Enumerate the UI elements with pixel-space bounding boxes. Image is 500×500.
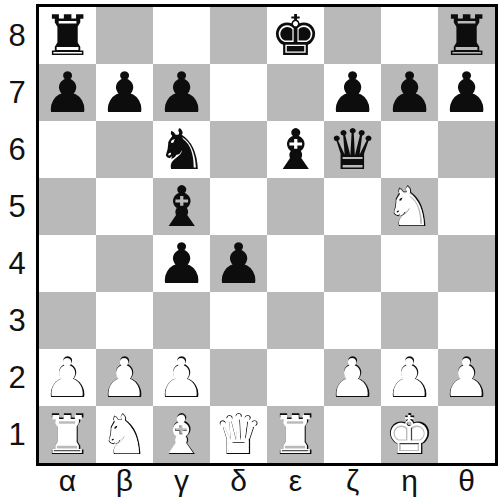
square-a4 <box>39 235 96 292</box>
square-d5 <box>210 178 267 235</box>
square-a2: ♟♙ <box>39 349 96 406</box>
white-pawn: ♟♙ <box>324 349 381 406</box>
square-c6: ♞ <box>153 121 210 178</box>
chess-diagram: 87654321 ♜♚♜♟♟♟♟♟♟♞♝♛♝♞♘♟♟♟♙♟♙♟♙♟♙♟♙♟♙♜♖… <box>0 0 500 500</box>
file-label-d: δ <box>210 464 267 498</box>
black-pawn: ♟ <box>381 64 438 121</box>
white-pawn: ♟♙ <box>381 349 438 406</box>
file-label-g: η <box>381 464 438 498</box>
file-labels: αβγδεζηθ <box>39 464 495 498</box>
square-c8 <box>153 7 210 64</box>
square-b1: ♞♘ <box>96 406 153 463</box>
square-d8 <box>210 7 267 64</box>
black-pawn: ♟ <box>153 64 210 121</box>
black-pawn: ♟ <box>324 64 381 121</box>
rank-label-6: 6 <box>0 121 34 178</box>
square-f8 <box>324 7 381 64</box>
square-c3 <box>153 292 210 349</box>
square-e6: ♝ <box>267 121 324 178</box>
square-h8: ♜ <box>438 7 495 64</box>
square-h5 <box>438 178 495 235</box>
square-b8 <box>96 7 153 64</box>
black-bishop: ♝ <box>153 178 210 235</box>
square-c7: ♟ <box>153 64 210 121</box>
square-d3 <box>210 292 267 349</box>
black-knight: ♞ <box>153 121 210 178</box>
rank-labels: 87654321 <box>0 7 34 463</box>
square-a6 <box>39 121 96 178</box>
square-f3 <box>324 292 381 349</box>
file-label-c: γ <box>153 464 210 498</box>
square-g4 <box>381 235 438 292</box>
black-pawn: ♟ <box>96 64 153 121</box>
square-c1: ♝♗ <box>153 406 210 463</box>
rank-label-1: 1 <box>0 406 34 463</box>
square-b3 <box>96 292 153 349</box>
white-rook: ♜♖ <box>267 406 324 463</box>
square-f4 <box>324 235 381 292</box>
square-e5 <box>267 178 324 235</box>
rank-label-2: 2 <box>0 349 34 406</box>
square-h4 <box>438 235 495 292</box>
black-pawn: ♟ <box>153 235 210 292</box>
white-pawn: ♟♙ <box>39 349 96 406</box>
white-knight: ♞♘ <box>381 178 438 235</box>
square-e3 <box>267 292 324 349</box>
file-label-e: ε <box>267 464 324 498</box>
file-label-a: α <box>39 464 96 498</box>
white-pawn: ♟♙ <box>438 349 495 406</box>
white-rook: ♜♖ <box>39 406 96 463</box>
black-rook: ♜ <box>438 7 495 64</box>
square-g2: ♟♙ <box>381 349 438 406</box>
square-c2: ♟♙ <box>153 349 210 406</box>
square-g6 <box>381 121 438 178</box>
square-c4: ♟ <box>153 235 210 292</box>
rank-label-3: 3 <box>0 292 34 349</box>
square-b4 <box>96 235 153 292</box>
square-a8: ♜ <box>39 7 96 64</box>
square-a1: ♜♖ <box>39 406 96 463</box>
square-e7 <box>267 64 324 121</box>
white-queen: ♛♕ <box>210 406 267 463</box>
square-d2 <box>210 349 267 406</box>
black-queen: ♛ <box>324 121 381 178</box>
square-f6: ♛ <box>324 121 381 178</box>
black-bishop: ♝ <box>267 121 324 178</box>
square-h7: ♟ <box>438 64 495 121</box>
square-a3 <box>39 292 96 349</box>
rank-label-5: 5 <box>0 178 34 235</box>
square-b7: ♟ <box>96 64 153 121</box>
square-b6 <box>96 121 153 178</box>
square-g1: ♚♔ <box>381 406 438 463</box>
square-h1 <box>438 406 495 463</box>
square-f2: ♟♙ <box>324 349 381 406</box>
file-label-b: β <box>96 464 153 498</box>
square-f1 <box>324 406 381 463</box>
square-a7: ♟ <box>39 64 96 121</box>
square-d7 <box>210 64 267 121</box>
square-b2: ♟♙ <box>96 349 153 406</box>
black-rook: ♜ <box>39 7 96 64</box>
square-e4 <box>267 235 324 292</box>
black-pawn: ♟ <box>210 235 267 292</box>
square-b5 <box>96 178 153 235</box>
square-e2 <box>267 349 324 406</box>
white-pawn: ♟♙ <box>96 349 153 406</box>
square-d1: ♛♕ <box>210 406 267 463</box>
file-label-h: θ <box>438 464 495 498</box>
square-h3 <box>438 292 495 349</box>
white-bishop: ♝♗ <box>153 406 210 463</box>
square-h6 <box>438 121 495 178</box>
black-pawn: ♟ <box>438 64 495 121</box>
white-knight: ♞♘ <box>96 406 153 463</box>
square-d4: ♟ <box>210 235 267 292</box>
file-label-f: ζ <box>324 464 381 498</box>
square-d6 <box>210 121 267 178</box>
rank-label-8: 8 <box>0 7 34 64</box>
black-king: ♚ <box>267 7 324 64</box>
rank-label-7: 7 <box>0 64 34 121</box>
square-g8 <box>381 7 438 64</box>
square-e1: ♜♖ <box>267 406 324 463</box>
chess-board: ♜♚♜♟♟♟♟♟♟♞♝♛♝♞♘♟♟♟♙♟♙♟♙♟♙♟♙♟♙♜♖♞♘♝♗♛♕♜♖♚… <box>36 4 498 466</box>
white-king: ♚♔ <box>381 406 438 463</box>
square-g5: ♞♘ <box>381 178 438 235</box>
rank-label-4: 4 <box>0 235 34 292</box>
square-e8: ♚ <box>267 7 324 64</box>
square-g3 <box>381 292 438 349</box>
square-h2: ♟♙ <box>438 349 495 406</box>
square-g7: ♟ <box>381 64 438 121</box>
square-f7: ♟ <box>324 64 381 121</box>
square-a5 <box>39 178 96 235</box>
black-pawn: ♟ <box>39 64 96 121</box>
white-pawn: ♟♙ <box>153 349 210 406</box>
square-f5 <box>324 178 381 235</box>
square-c5: ♝ <box>153 178 210 235</box>
